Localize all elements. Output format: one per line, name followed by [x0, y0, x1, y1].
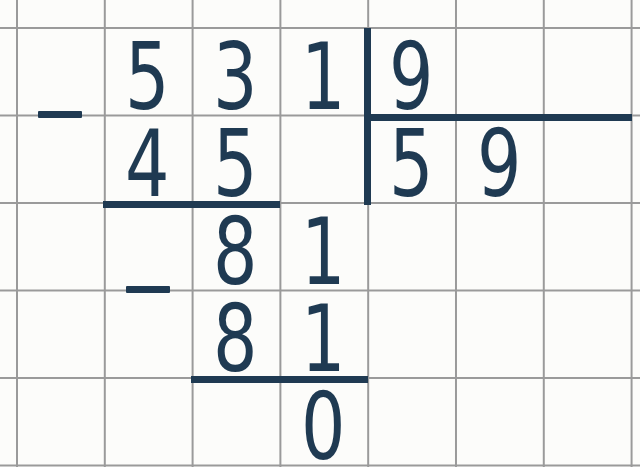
division-bracket-horizontal-line	[366, 114, 631, 121]
digit-cell-r0c2: 3	[192, 27, 280, 115]
digit-glyph: 5	[389, 119, 433, 211]
digit-glyph: 1	[301, 32, 345, 124]
digit-cell-r2c3: 1	[279, 202, 367, 290]
digit-cell-r4c3: 0	[279, 377, 367, 465]
digit-glyph: 4	[125, 119, 169, 211]
digit-cell-r3c3: 1	[279, 290, 367, 378]
digit-cell-r2c2: 8	[192, 202, 280, 290]
digit-glyph: 1	[301, 294, 345, 386]
digit-glyph: 9	[477, 119, 521, 211]
digit-cell-r3c2: 8	[192, 290, 280, 378]
subtraction-rule-under-81	[191, 376, 369, 383]
digit-glyph: 8	[213, 207, 257, 299]
digit-glyph: 3	[213, 32, 257, 124]
subtraction-rule-under-45	[103, 201, 281, 208]
minus-sign-2	[126, 286, 170, 293]
minus-sign-1	[38, 111, 82, 118]
digit-cell-r1c1: 4	[104, 115, 192, 203]
digit-glyph: 8	[213, 294, 257, 386]
digit-cell-r0c4: 9	[367, 27, 455, 115]
digit-glyph: 1	[301, 207, 345, 299]
digit-cell-r0c1: 5	[104, 27, 192, 115]
digit-glyph: 0	[301, 382, 345, 467]
digit-glyph: 5	[125, 32, 169, 124]
digit-glyph: 5	[213, 119, 257, 211]
digit-cell-r1c5: 9	[455, 115, 543, 203]
long-division-board: 5319455981810	[0, 0, 640, 467]
digit-cell-r1c2: 5	[192, 115, 280, 203]
digit-cell-r1c4: 5	[367, 115, 455, 203]
digit-glyph: 9	[389, 32, 433, 124]
digit-cell-r0c3: 1	[279, 27, 367, 115]
